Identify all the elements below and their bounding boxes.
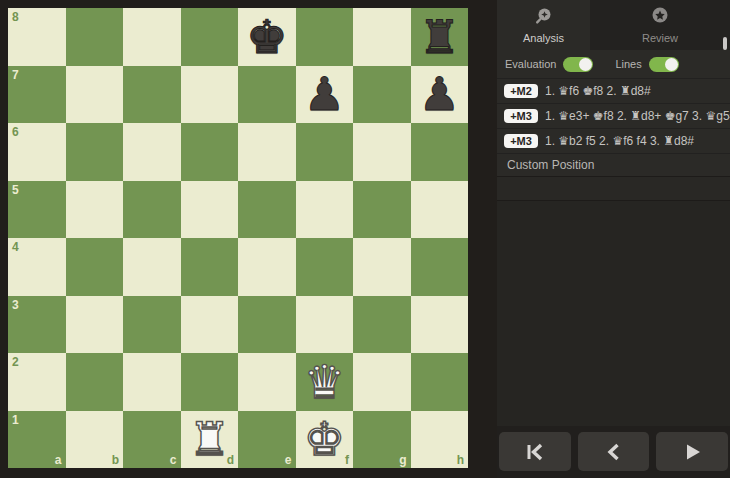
- square-g4[interactable]: [353, 238, 411, 296]
- file-label: g: [399, 454, 406, 466]
- next-tab-sliver[interactable]: [723, 37, 727, 50]
- square-a8[interactable]: 8: [8, 8, 66, 66]
- square-b7[interactable]: [66, 66, 124, 124]
- rank-label: 2: [12, 356, 19, 368]
- toggle-knob: [665, 58, 678, 71]
- square-b5[interactable]: [66, 181, 124, 239]
- square-c4[interactable]: [123, 238, 181, 296]
- square-f1[interactable]: f♚: [296, 411, 354, 469]
- rank-label: 4: [12, 241, 19, 253]
- square-d8[interactable]: [181, 8, 239, 66]
- back-icon: [602, 440, 626, 464]
- square-a1[interactable]: 1a: [8, 411, 66, 469]
- file-label: b: [112, 454, 119, 466]
- rank-label: 5: [12, 184, 19, 196]
- square-h7[interactable]: ♟: [411, 66, 469, 124]
- toggle-row: Evaluation Lines: [497, 50, 730, 78]
- square-c1[interactable]: c: [123, 411, 181, 469]
- square-e6[interactable]: [238, 123, 296, 181]
- square-g2[interactable]: [353, 353, 411, 411]
- square-g3[interactable]: [353, 296, 411, 354]
- square-h4[interactable]: [411, 238, 469, 296]
- square-f2[interactable]: ♛: [296, 353, 354, 411]
- square-c8[interactable]: [123, 8, 181, 66]
- square-e7[interactable]: [238, 66, 296, 124]
- go-to-start-icon: [522, 440, 548, 464]
- square-g5[interactable]: [353, 181, 411, 239]
- move-list-area[interactable]: [497, 201, 730, 426]
- engine-lines: +M2 1. ♛f6 ♚f8 2. ♜d8# +M3 1. ♛e3+ ♚f8 2…: [497, 78, 730, 154]
- nav-controls: [497, 426, 730, 478]
- square-d6[interactable]: [181, 123, 239, 181]
- square-g6[interactable]: [353, 123, 411, 181]
- evaluation-toggle[interactable]: [563, 57, 593, 72]
- square-b6[interactable]: [66, 123, 124, 181]
- square-a3[interactable]: 3: [8, 296, 66, 354]
- tab-bar: Analysis Review: [497, 0, 730, 50]
- square-d2[interactable]: [181, 353, 239, 411]
- square-b3[interactable]: [66, 296, 124, 354]
- square-b4[interactable]: [66, 238, 124, 296]
- square-d4[interactable]: [181, 238, 239, 296]
- eval-badge[interactable]: +M2: [504, 84, 538, 98]
- go-to-start-button[interactable]: [499, 432, 571, 471]
- line-moves[interactable]: 1. ♛e3+ ♚f8 2. ♜d8+ ♚g7 3. ♛g5#: [545, 109, 730, 123]
- play-icon: [680, 440, 704, 464]
- tab-analysis-label: Analysis: [523, 32, 564, 44]
- square-e1[interactable]: e: [238, 411, 296, 469]
- lines-toggle-label: Lines: [615, 58, 641, 70]
- square-a7[interactable]: 7: [8, 66, 66, 124]
- square-h6[interactable]: [411, 123, 469, 181]
- rank-label: 6: [12, 126, 19, 138]
- square-f7[interactable]: ♟: [296, 66, 354, 124]
- chess-board: 8♚♜7♟♟65432♛1abcd♜ef♚gh: [8, 8, 468, 468]
- evaluation-toggle-label: Evaluation: [505, 58, 556, 70]
- empty-row: [497, 176, 730, 201]
- square-h5[interactable]: [411, 181, 469, 239]
- square-c6[interactable]: [123, 123, 181, 181]
- forward-play-button[interactable]: [656, 432, 728, 471]
- square-c3[interactable]: [123, 296, 181, 354]
- square-b2[interactable]: [66, 353, 124, 411]
- square-a2[interactable]: 2: [8, 353, 66, 411]
- tab-analysis[interactable]: Analysis: [497, 0, 590, 50]
- rank-label: 1: [12, 414, 19, 426]
- line-moves[interactable]: 1. ♛b2 f5 2. ♛f6 f4 3. ♜d8#: [545, 134, 694, 148]
- black-pawn[interactable]: ♟: [419, 71, 460, 117]
- white-king[interactable]: ♚: [304, 416, 345, 462]
- position-status: Custom Position: [497, 154, 730, 176]
- square-e2[interactable]: [238, 353, 296, 411]
- square-e5[interactable]: [238, 181, 296, 239]
- black-king[interactable]: ♚: [246, 14, 287, 60]
- square-h1[interactable]: h: [411, 411, 469, 469]
- file-label: c: [170, 454, 177, 466]
- file-label: a: [55, 454, 62, 466]
- app-window: 8♚♜7♟♟65432♛1abcd♜ef♚gh Analysis: [0, 0, 730, 478]
- square-h2[interactable]: [411, 353, 469, 411]
- white-queen[interactable]: ♛: [304, 359, 345, 405]
- file-label: d: [227, 454, 234, 466]
- square-c2[interactable]: [123, 353, 181, 411]
- engine-line-2[interactable]: +M3 1. ♛e3+ ♚f8 2. ♜d8+ ♚g7 3. ♛g5#: [497, 104, 730, 129]
- white-rook[interactable]: ♜: [189, 416, 230, 462]
- file-label: h: [457, 454, 464, 466]
- square-h8[interactable]: ♜: [411, 8, 469, 66]
- square-g8[interactable]: [353, 8, 411, 66]
- square-f4[interactable]: [296, 238, 354, 296]
- square-f8[interactable]: [296, 8, 354, 66]
- eval-badge[interactable]: +M3: [504, 109, 538, 123]
- tab-review[interactable]: Review: [590, 0, 730, 50]
- star-circle-icon: [650, 6, 670, 28]
- rank-label: 8: [12, 11, 19, 23]
- square-e8[interactable]: ♚: [238, 8, 296, 66]
- analysis-sidebar: Analysis Review Evaluation: [497, 0, 730, 478]
- tab-review-label: Review: [642, 32, 678, 44]
- lines-toggle[interactable]: [649, 57, 679, 72]
- square-a5[interactable]: 5: [8, 181, 66, 239]
- square-b1[interactable]: b: [66, 411, 124, 469]
- square-f6[interactable]: [296, 123, 354, 181]
- file-label: e: [285, 454, 292, 466]
- square-f5[interactable]: [296, 181, 354, 239]
- square-c7[interactable]: [123, 66, 181, 124]
- back-button[interactable]: [578, 432, 650, 471]
- black-rook[interactable]: ♜: [419, 14, 460, 60]
- square-f3[interactable]: [296, 296, 354, 354]
- analysis-page: 8♚♜7♟♟65432♛1abcd♜ef♚gh Analysis: [0, 0, 730, 490]
- toggle-knob: [579, 58, 592, 71]
- black-pawn[interactable]: ♟: [304, 71, 345, 117]
- square-b8[interactable]: [66, 8, 124, 66]
- magnifier-icon: [534, 6, 554, 28]
- position-status-label: Custom Position: [507, 158, 594, 172]
- engine-line-3[interactable]: +M3 1. ♛b2 f5 2. ♛f6 f4 3. ♜d8#: [497, 129, 730, 154]
- engine-line-1[interactable]: +M2 1. ♛f6 ♚f8 2. ♜d8#: [497, 79, 730, 104]
- square-g1[interactable]: g: [353, 411, 411, 469]
- rank-label: 3: [12, 299, 19, 311]
- square-d5[interactable]: [181, 181, 239, 239]
- square-c5[interactable]: [123, 181, 181, 239]
- square-a6[interactable]: 6: [8, 123, 66, 181]
- square-g7[interactable]: [353, 66, 411, 124]
- rank-label: 7: [12, 69, 19, 81]
- square-d3[interactable]: [181, 296, 239, 354]
- line-moves[interactable]: 1. ♛f6 ♚f8 2. ♜d8#: [545, 84, 651, 98]
- square-h3[interactable]: [411, 296, 469, 354]
- eval-badge[interactable]: +M3: [504, 134, 538, 148]
- square-e4[interactable]: [238, 238, 296, 296]
- square-d7[interactable]: [181, 66, 239, 124]
- square-a4[interactable]: 4: [8, 238, 66, 296]
- file-label: f: [345, 454, 349, 466]
- square-d1[interactable]: d♜: [181, 411, 239, 469]
- square-e3[interactable]: [238, 296, 296, 354]
